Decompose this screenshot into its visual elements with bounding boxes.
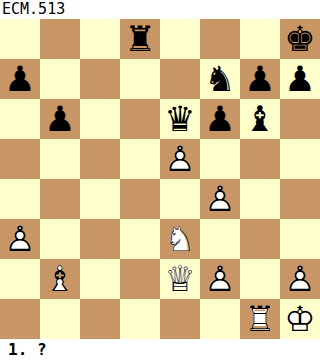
square-e5[interactable]: ♟♙ (160, 139, 200, 179)
square-c1[interactable] (80, 299, 120, 339)
square-g6[interactable]: ♝ (240, 99, 280, 139)
white-pawn-outline: ♙ (280, 259, 320, 299)
square-a4[interactable] (0, 179, 40, 219)
square-c5[interactable] (80, 139, 120, 179)
square-b5[interactable] (40, 139, 80, 179)
square-d4[interactable] (120, 179, 160, 219)
square-h5[interactable] (280, 139, 320, 179)
black-queen[interactable]: ♛ (160, 99, 200, 139)
square-a8[interactable] (0, 19, 40, 59)
square-a6[interactable] (0, 99, 40, 139)
square-g7[interactable]: ♟ (240, 59, 280, 99)
black-pawn[interactable]: ♟ (0, 59, 40, 99)
square-e4[interactable] (160, 179, 200, 219)
black-pawn[interactable]: ♟ (200, 99, 240, 139)
square-b8[interactable] (40, 19, 80, 59)
white-queen-outline: ♕ (160, 259, 200, 299)
square-h7[interactable]: ♟ (280, 59, 320, 99)
black-knight[interactable]: ♞ (200, 59, 240, 99)
square-e6[interactable]: ♛ (160, 99, 200, 139)
square-e3[interactable]: ♞♘ (160, 219, 200, 259)
square-g5[interactable] (240, 139, 280, 179)
square-a7[interactable]: ♟ (0, 59, 40, 99)
square-g3[interactable] (240, 219, 280, 259)
square-h8[interactable]: ♚ (280, 19, 320, 59)
square-g2[interactable] (240, 259, 280, 299)
square-g8[interactable] (240, 19, 280, 59)
square-a3[interactable]: ♟♙ (0, 219, 40, 259)
white-king[interactable]: ♚♔ (280, 299, 320, 339)
white-bishop-outline: ♗ (40, 259, 80, 299)
black-king[interactable]: ♚ (280, 19, 320, 59)
square-c4[interactable] (80, 179, 120, 219)
white-queen[interactable]: ♛♕ (160, 259, 200, 299)
square-c2[interactable] (80, 259, 120, 299)
square-b7[interactable] (40, 59, 80, 99)
white-knight[interactable]: ♞♘ (160, 219, 200, 259)
white-king-outline: ♔ (280, 299, 320, 339)
square-f7[interactable]: ♞ (200, 59, 240, 99)
square-f3[interactable] (200, 219, 240, 259)
square-d5[interactable] (120, 139, 160, 179)
square-f2[interactable]: ♟♙ (200, 259, 240, 299)
square-b6[interactable]: ♟ (40, 99, 80, 139)
square-d8[interactable]: ♜ (120, 19, 160, 59)
black-rook[interactable]: ♜ (120, 19, 160, 59)
white-rook[interactable]: ♜♖ (240, 299, 280, 339)
square-e1[interactable] (160, 299, 200, 339)
square-b2[interactable]: ♝♗ (40, 259, 80, 299)
white-pawn[interactable]: ♟♙ (200, 259, 240, 299)
black-pawn[interactable]: ♟ (280, 59, 320, 99)
chess-puzzle-window: ECM.513 ♜♚♟♞♟♟♟♛♟♝♟♙♟♙♟♙♞♘♝♗♛♕♟♙♟♙♜♖♚♔ 1… (0, 0, 320, 360)
square-f6[interactable]: ♟ (200, 99, 240, 139)
square-c8[interactable] (80, 19, 120, 59)
square-a5[interactable] (0, 139, 40, 179)
square-h3[interactable] (280, 219, 320, 259)
square-d1[interactable] (120, 299, 160, 339)
black-bishop[interactable]: ♝ (240, 99, 280, 139)
square-h2[interactable]: ♟♙ (280, 259, 320, 299)
square-c3[interactable] (80, 219, 120, 259)
square-b3[interactable] (40, 219, 80, 259)
square-c7[interactable] (80, 59, 120, 99)
white-bishop[interactable]: ♝♗ (40, 259, 80, 299)
white-pawn-outline: ♙ (200, 179, 240, 219)
square-f5[interactable] (200, 139, 240, 179)
black-pawn[interactable]: ♟ (40, 99, 80, 139)
square-d3[interactable] (120, 219, 160, 259)
square-e8[interactable] (160, 19, 200, 59)
square-b4[interactable] (40, 179, 80, 219)
white-pawn[interactable]: ♟♙ (0, 219, 40, 259)
white-pawn[interactable]: ♟♙ (160, 139, 200, 179)
white-knight-outline: ♘ (160, 219, 200, 259)
square-a1[interactable] (0, 299, 40, 339)
black-pawn[interactable]: ♟ (240, 59, 280, 99)
square-g4[interactable] (240, 179, 280, 219)
puzzle-title: ECM.513 (2, 1, 65, 18)
white-rook-outline: ♖ (240, 299, 280, 339)
square-d2[interactable] (120, 259, 160, 299)
white-pawn-outline: ♙ (200, 259, 240, 299)
square-d7[interactable] (120, 59, 160, 99)
white-pawn[interactable]: ♟♙ (200, 179, 240, 219)
square-g1[interactable]: ♜♖ (240, 299, 280, 339)
square-c6[interactable] (80, 99, 120, 139)
chess-board: ♜♚♟♞♟♟♟♛♟♝♟♙♟♙♟♙♞♘♝♗♛♕♟♙♟♙♜♖♚♔ (0, 19, 320, 339)
square-d6[interactable] (120, 99, 160, 139)
square-b1[interactable] (40, 299, 80, 339)
square-e2[interactable]: ♛♕ (160, 259, 200, 299)
move-prompt: 1. ? (8, 340, 47, 359)
square-a2[interactable] (0, 259, 40, 299)
square-f1[interactable] (200, 299, 240, 339)
square-e7[interactable] (160, 59, 200, 99)
square-h1[interactable]: ♚♔ (280, 299, 320, 339)
white-pawn-outline: ♙ (0, 219, 40, 259)
square-h4[interactable] (280, 179, 320, 219)
square-f8[interactable] (200, 19, 240, 59)
white-pawn[interactable]: ♟♙ (280, 259, 320, 299)
white-pawn-outline: ♙ (160, 139, 200, 179)
square-h6[interactable] (280, 99, 320, 139)
square-f4[interactable]: ♟♙ (200, 179, 240, 219)
